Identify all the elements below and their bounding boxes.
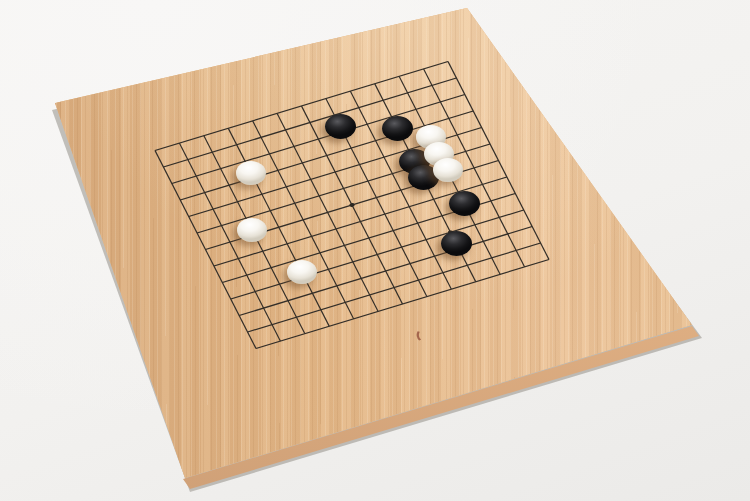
goban-grid[interactable] [0, 0, 711, 492]
hoshi-points [250, 131, 454, 279]
go-board-photo [0, 0, 750, 501]
wood-mark [416, 331, 423, 340]
board-plane [155, 150, 156, 151]
